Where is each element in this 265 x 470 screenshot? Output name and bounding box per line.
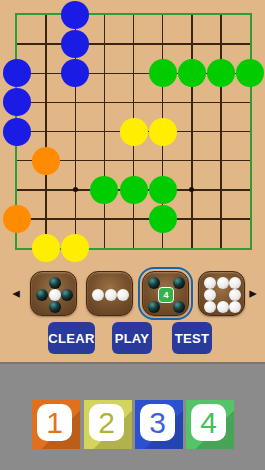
stone-yellow[interactable] — [61, 234, 89, 262]
mini-stone — [229, 277, 241, 289]
mini-stone — [204, 301, 216, 313]
stone-green[interactable] — [120, 176, 148, 204]
number-tile: 3 — [140, 404, 175, 441]
number-tile: 1 — [37, 404, 72, 441]
stone-green[interactable] — [90, 176, 118, 204]
play-button[interactable]: PLAY — [112, 322, 152, 354]
mini-stone — [148, 301, 160, 313]
stone-yellow[interactable] — [120, 118, 148, 146]
pattern-button-4[interactable] — [198, 271, 245, 316]
number-button-3[interactable]: 3 — [135, 400, 183, 449]
stone-blue[interactable] — [3, 59, 31, 87]
mini-stone — [105, 289, 117, 301]
number-button-2[interactable]: 2 — [84, 400, 132, 449]
stone-green[interactable] — [149, 176, 177, 204]
stone-blue[interactable] — [3, 88, 31, 116]
grid-line — [220, 15, 222, 248]
number-button-1[interactable]: 1 — [32, 400, 80, 449]
stone-blue[interactable] — [61, 59, 89, 87]
number-button-4[interactable]: 4 — [186, 400, 234, 449]
mini-stone — [36, 289, 48, 301]
prev-pattern-button[interactable]: ◂ — [9, 284, 23, 302]
mini-stone — [117, 289, 129, 301]
pattern-button-2[interactable] — [86, 271, 133, 316]
go-board[interactable] — [17, 15, 250, 248]
test-button[interactable]: TEST — [172, 322, 212, 354]
stone-green[interactable] — [149, 59, 177, 87]
mini-stone — [204, 277, 216, 289]
mini-stone — [217, 277, 229, 289]
star-point — [73, 187, 78, 192]
number-tile: 4 — [191, 404, 226, 441]
stone-green[interactable] — [207, 59, 235, 87]
mini-stone — [49, 289, 61, 301]
bottom-panel: 1 2 3 4 — [0, 362, 265, 470]
mini-stone — [173, 301, 185, 313]
grid-line — [191, 15, 193, 248]
mini-stone — [204, 289, 216, 301]
mini-stone — [173, 277, 185, 289]
mini-stone — [229, 301, 241, 313]
pattern-button-1[interactable] — [30, 271, 77, 316]
star-point — [189, 187, 194, 192]
stone-orange[interactable] — [3, 205, 31, 233]
mini-stone — [92, 289, 104, 301]
stone-blue[interactable] — [3, 118, 31, 146]
stone-blue[interactable] — [61, 1, 89, 29]
stone-blue[interactable] — [61, 30, 89, 58]
stone-green[interactable] — [149, 205, 177, 233]
mini-stone — [217, 301, 229, 313]
mini-stone — [229, 289, 241, 301]
next-pattern-button[interactable]: ▸ — [246, 284, 260, 302]
grid-line — [17, 218, 250, 220]
stone-green[interactable] — [178, 59, 206, 87]
app-root: ◂ 4 ▸ CLEAR PLAY TEST 1 2 3 4 — [0, 0, 265, 470]
mini-stone — [61, 289, 73, 301]
mini-stone — [49, 301, 61, 313]
stone-yellow[interactable] — [32, 234, 60, 262]
stone-orange[interactable] — [32, 147, 60, 175]
pattern-button-3[interactable]: 4 — [142, 271, 189, 316]
stone-yellow[interactable] — [149, 118, 177, 146]
mini-stone — [49, 277, 61, 289]
clear-button[interactable]: CLEAR — [48, 322, 95, 354]
stone-green[interactable] — [236, 59, 264, 87]
number-tile: 2 — [89, 404, 124, 441]
pattern-count-badge: 4 — [158, 287, 174, 303]
